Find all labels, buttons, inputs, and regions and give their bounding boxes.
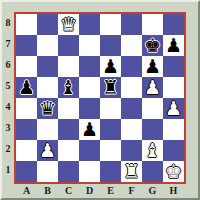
rank-label-2: 2 [2, 138, 14, 159]
square-d8[interactable] [79, 14, 100, 35]
square-d6[interactable] [79, 56, 100, 77]
rank-label-8: 8 [2, 12, 14, 33]
square-g2[interactable]: ♝ [142, 140, 163, 161]
square-g8[interactable] [142, 14, 163, 35]
file-label-d: D [79, 184, 100, 197]
square-e5[interactable]: ♜ [100, 77, 121, 98]
file-label-a: A [16, 184, 37, 197]
square-f7[interactable] [121, 35, 142, 56]
square-e4[interactable] [100, 98, 121, 119]
square-d2[interactable] [79, 140, 100, 161]
square-h4[interactable]: ♟ [163, 98, 184, 119]
square-c4[interactable] [58, 98, 79, 119]
square-b2[interactable]: ♟ [37, 140, 58, 161]
square-b3[interactable] [37, 119, 58, 140]
black-pawn[interactable]: ♟ [142, 56, 163, 77]
square-h3[interactable] [163, 119, 184, 140]
black-rook[interactable]: ♜ [100, 77, 121, 98]
square-a7[interactable] [16, 35, 37, 56]
square-g6[interactable]: ♟ [142, 56, 163, 77]
square-a5[interactable]: ♟ [16, 77, 37, 98]
file-labels: ABCDEFGH [16, 184, 184, 197]
square-a8[interactable] [16, 14, 37, 35]
square-g5[interactable]: ♟ [142, 77, 163, 98]
square-c1[interactable] [58, 161, 79, 182]
black-pawn[interactable]: ♟ [100, 56, 121, 77]
square-g7[interactable]: ♚ [142, 35, 163, 56]
white-pawn[interactable]: ♟ [163, 98, 184, 119]
file-label-b: B [37, 184, 58, 197]
black-pawn[interactable]: ♟ [79, 119, 100, 140]
square-e7[interactable] [100, 35, 121, 56]
square-c8[interactable]: ♛ [58, 14, 79, 35]
square-b8[interactable] [37, 14, 58, 35]
square-h7[interactable]: ♟ [163, 35, 184, 56]
square-e1[interactable] [100, 161, 121, 182]
square-h2[interactable] [163, 140, 184, 161]
square-a2[interactable] [16, 140, 37, 161]
square-d4[interactable] [79, 98, 100, 119]
square-f2[interactable] [121, 140, 142, 161]
square-h5[interactable] [163, 77, 184, 98]
black-pawn[interactable]: ♟ [16, 77, 37, 98]
white-bishop[interactable]: ♝ [142, 140, 163, 161]
white-king[interactable]: ♚ [163, 161, 184, 182]
square-g3[interactable] [142, 119, 163, 140]
square-b4[interactable]: ♛ [37, 98, 58, 119]
square-f1[interactable]: ♜ [121, 161, 142, 182]
square-c6[interactable] [58, 56, 79, 77]
black-bishop[interactable]: ♝ [58, 77, 79, 98]
square-a3[interactable] [16, 119, 37, 140]
square-b6[interactable] [37, 56, 58, 77]
square-h8[interactable] [163, 14, 184, 35]
black-queen[interactable]: ♛ [37, 98, 58, 119]
square-e6[interactable]: ♟ [100, 56, 121, 77]
square-e3[interactable] [100, 119, 121, 140]
square-f4[interactable] [121, 98, 142, 119]
square-f6[interactable] [121, 56, 142, 77]
square-c2[interactable] [58, 140, 79, 161]
chess-board: ♛♚♟♟♟♟♝♜♟♛♟♟♟♝♜♚ [16, 14, 184, 182]
square-e2[interactable] [100, 140, 121, 161]
square-b1[interactable] [37, 161, 58, 182]
board-border: ♛♚♟♟♟♟♝♜♟♛♟♟♟♝♜♚ [14, 12, 186, 184]
square-f3[interactable] [121, 119, 142, 140]
square-f8[interactable] [121, 14, 142, 35]
rank-label-7: 7 [2, 33, 14, 54]
square-h6[interactable] [163, 56, 184, 77]
file-label-c: C [58, 184, 79, 197]
square-a4[interactable] [16, 98, 37, 119]
black-pawn[interactable]: ♟ [163, 35, 184, 56]
square-d7[interactable] [79, 35, 100, 56]
square-d5[interactable] [79, 77, 100, 98]
square-c5[interactable]: ♝ [58, 77, 79, 98]
white-pawn[interactable]: ♟ [142, 77, 163, 98]
square-a6[interactable] [16, 56, 37, 77]
rank-label-6: 6 [2, 54, 14, 75]
rank-label-5: 5 [2, 75, 14, 96]
square-h1[interactable]: ♚ [163, 161, 184, 182]
white-rook[interactable]: ♜ [121, 161, 142, 182]
black-king[interactable]: ♚ [142, 35, 163, 56]
chess-diagram-frame: 87654321 ♛♚♟♟♟♟♝♜♟♛♟♟♟♝♜♚ ABCDEFGH [0, 0, 200, 200]
white-queen[interactable]: ♛ [58, 14, 79, 35]
square-b5[interactable] [37, 77, 58, 98]
rank-label-3: 3 [2, 117, 14, 138]
square-d3[interactable]: ♟ [79, 119, 100, 140]
square-c3[interactable] [58, 119, 79, 140]
square-g4[interactable] [142, 98, 163, 119]
square-a1[interactable] [16, 161, 37, 182]
square-b7[interactable] [37, 35, 58, 56]
rank-label-1: 1 [2, 159, 14, 180]
square-g1[interactable] [142, 161, 163, 182]
square-c7[interactable] [58, 35, 79, 56]
file-label-h: H [163, 184, 184, 197]
file-label-e: E [100, 184, 121, 197]
square-d1[interactable] [79, 161, 100, 182]
white-pawn[interactable]: ♟ [37, 140, 58, 161]
rank-label-4: 4 [2, 96, 14, 117]
square-f5[interactable] [121, 77, 142, 98]
rank-labels: 87654321 [2, 12, 14, 180]
file-label-g: G [142, 184, 163, 197]
square-e8[interactable] [100, 14, 121, 35]
file-label-f: F [121, 184, 142, 197]
